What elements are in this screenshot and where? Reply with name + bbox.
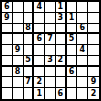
sudoku-cell[interactable] bbox=[34, 45, 45, 56]
sudoku-cell[interactable] bbox=[45, 88, 56, 99]
sudoku-cell-given[interactable]: 6 bbox=[77, 24, 88, 35]
sudoku-cell[interactable] bbox=[45, 24, 56, 35]
sudoku-cell-given[interactable]: 6 bbox=[56, 88, 67, 99]
sudoku-cell[interactable] bbox=[45, 67, 56, 78]
sudoku-cell[interactable] bbox=[13, 56, 24, 67]
sudoku-cell-given[interactable]: 9 bbox=[2, 13, 13, 24]
sudoku-cell-given[interactable]: 9 bbox=[13, 45, 24, 56]
sudoku-cell[interactable] bbox=[56, 24, 67, 35]
sudoku-cell[interactable] bbox=[77, 34, 88, 45]
sudoku-cell[interactable] bbox=[34, 67, 45, 78]
sudoku-cell[interactable] bbox=[56, 45, 67, 56]
sudoku-cell-given[interactable]: 1 bbox=[67, 13, 78, 24]
sudoku-cell-given[interactable]: 2 bbox=[34, 77, 45, 88]
sudoku-cell-given[interactable]: 1 bbox=[34, 88, 45, 99]
sudoku-cell-given[interactable]: 2 bbox=[56, 56, 67, 67]
sudoku-cell[interactable] bbox=[88, 24, 99, 35]
sudoku-cell[interactable] bbox=[13, 88, 24, 99]
sudoku-cell[interactable] bbox=[88, 67, 99, 78]
sudoku-cell-given[interactable]: 6 bbox=[34, 34, 45, 45]
sudoku-cell[interactable] bbox=[13, 2, 24, 13]
sudoku-cell[interactable] bbox=[2, 24, 13, 35]
sudoku-cell-given[interactable]: 5 bbox=[24, 56, 35, 67]
sudoku-cell[interactable] bbox=[88, 34, 99, 45]
sudoku-cell[interactable] bbox=[67, 88, 78, 99]
sudoku-cell-given[interactable]: 8 bbox=[13, 67, 24, 78]
sudoku-cell[interactable] bbox=[24, 2, 35, 13]
sudoku-cell-given[interactable]: 5 bbox=[67, 34, 78, 45]
sudoku-cell[interactable] bbox=[67, 77, 78, 88]
sudoku-cell[interactable] bbox=[13, 34, 24, 45]
sudoku-cell[interactable] bbox=[88, 13, 99, 24]
sudoku-cell[interactable] bbox=[2, 34, 13, 45]
sudoku-cell[interactable] bbox=[45, 45, 56, 56]
sudoku-cell[interactable] bbox=[13, 24, 24, 35]
sudoku-cell[interactable] bbox=[56, 77, 67, 88]
sudoku-cell-given[interactable]: 7 bbox=[45, 34, 56, 45]
sudoku-cell[interactable] bbox=[13, 13, 24, 24]
sudoku-cell[interactable] bbox=[34, 13, 45, 24]
sudoku-cell[interactable] bbox=[77, 56, 88, 67]
sudoku-cell[interactable] bbox=[56, 34, 67, 45]
sudoku-cell[interactable] bbox=[34, 56, 45, 67]
sudoku-cell[interactable] bbox=[45, 2, 56, 13]
sudoku-cell[interactable] bbox=[2, 45, 13, 56]
sudoku-cell-given[interactable]: 9 bbox=[88, 77, 99, 88]
sudoku-cell-given[interactable]: 4 bbox=[77, 45, 88, 56]
sudoku-cell-given[interactable]: 2 bbox=[88, 88, 99, 99]
sudoku-cell-given[interactable]: 6 bbox=[2, 2, 13, 13]
sudoku-cell-given[interactable]: 4 bbox=[34, 2, 45, 13]
sudoku-cell[interactable] bbox=[45, 13, 56, 24]
sudoku-cell[interactable] bbox=[24, 34, 35, 45]
sudoku-cell[interactable] bbox=[2, 67, 13, 78]
sudoku-cell-given[interactable]: 8 bbox=[24, 24, 35, 35]
sudoku-cell[interactable] bbox=[24, 13, 35, 24]
sudoku-cell[interactable] bbox=[2, 77, 13, 88]
sudoku-cell[interactable] bbox=[45, 77, 56, 88]
sudoku-cell[interactable] bbox=[24, 45, 35, 56]
sudoku-cell[interactable] bbox=[77, 2, 88, 13]
sudoku-cell-given[interactable]: 7 bbox=[24, 77, 35, 88]
sudoku-cell-given[interactable]: 3 bbox=[56, 13, 67, 24]
sudoku-cell[interactable] bbox=[13, 77, 24, 88]
sudoku-cell[interactable] bbox=[2, 88, 13, 99]
sudoku-cell[interactable] bbox=[67, 45, 78, 56]
sudoku-cell[interactable] bbox=[24, 67, 35, 78]
sudoku-cell[interactable] bbox=[67, 24, 78, 35]
sudoku-cell[interactable] bbox=[88, 45, 99, 56]
sudoku-cell[interactable] bbox=[2, 56, 13, 67]
sudoku-cell[interactable] bbox=[77, 77, 88, 88]
sudoku-cell[interactable] bbox=[77, 13, 88, 24]
sudoku-cell[interactable] bbox=[24, 88, 35, 99]
sudoku-cell[interactable] bbox=[67, 2, 78, 13]
sudoku-cell[interactable] bbox=[77, 67, 88, 78]
sudoku-cell-given[interactable]: 3 bbox=[45, 56, 56, 67]
sudoku-cell[interactable] bbox=[88, 56, 99, 67]
sudoku-cell-given[interactable]: 6 bbox=[67, 67, 78, 78]
sudoku-cell[interactable] bbox=[56, 67, 67, 78]
sudoku-cell[interactable] bbox=[88, 2, 99, 13]
sudoku-cell[interactable] bbox=[67, 56, 78, 67]
sudoku-cell[interactable] bbox=[34, 24, 45, 35]
sudoku-cell-given[interactable]: 1 bbox=[56, 2, 67, 13]
sudoku-cell[interactable] bbox=[77, 88, 88, 99]
sudoku-board: 641931866759453286729162 bbox=[0, 0, 101, 101]
